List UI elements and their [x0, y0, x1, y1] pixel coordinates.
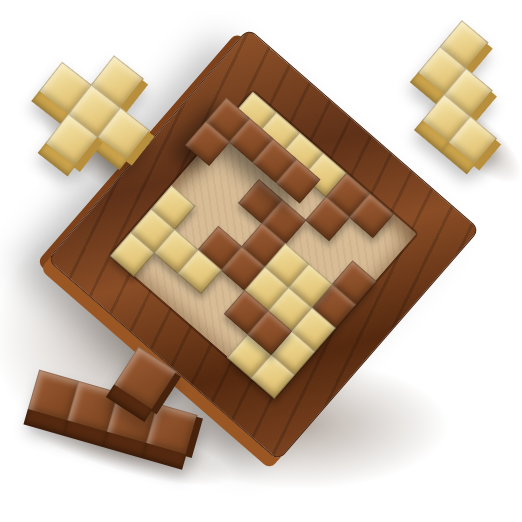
scene	[0, 0, 522, 522]
